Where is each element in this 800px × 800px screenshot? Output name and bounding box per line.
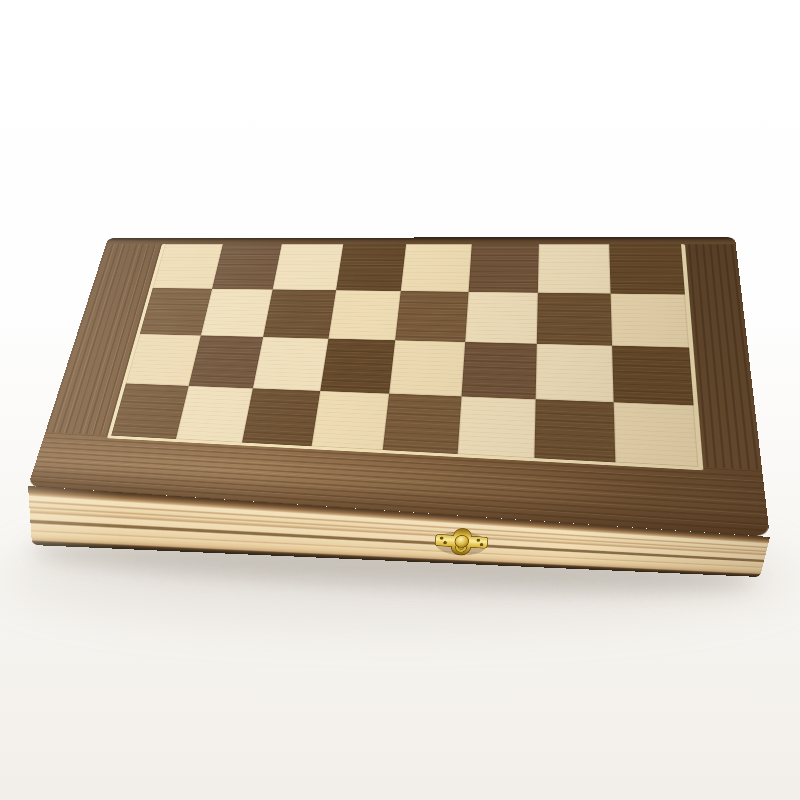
board-square: [609, 244, 685, 294]
board-square: [465, 292, 538, 344]
board-square: [537, 292, 612, 345]
board-square: [389, 340, 465, 396]
board-square: [461, 342, 537, 399]
walnut-frame-back: [106, 237, 736, 244]
maple-trim-border: [107, 244, 703, 470]
board-square: [534, 399, 614, 462]
board-square: [610, 293, 689, 347]
board-square: [395, 291, 468, 342]
board-square: [188, 335, 263, 388]
board-square: [468, 244, 539, 292]
chess-box-product-photo: [0, 0, 800, 800]
board-square: [613, 402, 698, 467]
box-lid-top: [28, 237, 770, 537]
board-square: [383, 393, 461, 454]
brass-clasp: [431, 525, 492, 559]
board-square: [538, 244, 610, 293]
board-square: [457, 396, 536, 458]
board-square: [536, 344, 613, 402]
board-square: [200, 288, 272, 337]
board-square: [612, 346, 694, 405]
board-square: [263, 289, 336, 338]
board-square: [320, 339, 395, 394]
board-square: [175, 386, 253, 443]
chessboard-half-grid: [111, 244, 698, 467]
board-square: [328, 290, 401, 340]
board-square: [153, 244, 223, 288]
board-square: [273, 244, 343, 290]
board-square: [401, 244, 472, 291]
board-square: [311, 391, 389, 450]
board-square: [253, 337, 328, 391]
board-square: [212, 244, 282, 289]
board-square: [242, 388, 320, 446]
board-square: [336, 244, 406, 290]
